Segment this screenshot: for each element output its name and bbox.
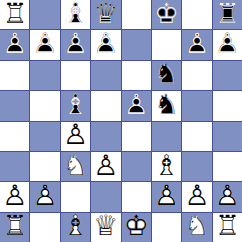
square-e5[interactable]: ♟♙	[122, 91, 151, 120]
white-knight-outline-icon: ♘	[63, 152, 88, 180]
square-c6[interactable]	[61, 61, 90, 90]
white-pawn-outline-icon: ♙	[2, 182, 27, 210]
square-b8[interactable]	[30, 0, 59, 29]
black-rook-outline-icon: ♖	[215, 0, 240, 28]
white-pawn[interactable]: ♟♙	[0, 182, 29, 211]
white-pawn[interactable]: ♟♙	[152, 182, 181, 211]
square-d2[interactable]	[91, 182, 120, 211]
white-pawn[interactable]: ♟♙	[61, 122, 90, 151]
white-bishop[interactable]: ♝♗	[152, 152, 181, 181]
square-f6[interactable]: ♞♘	[152, 61, 181, 90]
square-e2[interactable]	[122, 182, 151, 211]
square-a1[interactable]: ♜♖	[0, 213, 29, 242]
white-rook-outline-icon: ♖	[2, 213, 27, 241]
white-rook[interactable]: ♜♖	[213, 213, 242, 242]
black-pawn-outline-icon: ♙	[2, 30, 27, 58]
square-g2[interactable]: ♟♙	[182, 182, 211, 211]
black-knight-outline-icon: ♘	[154, 91, 179, 119]
square-c7[interactable]: ♟♙	[61, 30, 90, 59]
black-pawn[interactable]: ♟♙	[182, 30, 211, 59]
black-bishop-outline-icon: ♗	[63, 0, 88, 28]
black-bishop[interactable]: ♝♗	[61, 0, 90, 29]
square-h3[interactable]	[213, 152, 242, 181]
square-c2[interactable]	[61, 182, 90, 211]
white-pawn[interactable]: ♟♙	[30, 182, 59, 211]
black-bishop-outline-icon: ♗	[63, 91, 88, 119]
black-pawn[interactable]: ♟♙	[30, 30, 59, 59]
white-rook-outline-icon: ♖	[215, 213, 240, 241]
black-pawn-outline-icon: ♙	[215, 30, 240, 58]
square-g6[interactable]	[182, 61, 211, 90]
black-king[interactable]: ♚♔	[152, 0, 181, 29]
square-h6[interactable]	[213, 61, 242, 90]
square-b3[interactable]	[30, 152, 59, 181]
square-e8[interactable]	[122, 0, 151, 29]
white-queen-outline-icon: ♕	[93, 213, 118, 241]
white-queen[interactable]: ♛♕	[91, 213, 120, 242]
square-e7[interactable]	[122, 30, 151, 59]
square-d5[interactable]	[91, 91, 120, 120]
black-pawn-outline-icon: ♙	[63, 30, 88, 58]
white-pawn-outline-icon: ♙	[93, 152, 118, 180]
square-c1[interactable]: ♝♗	[61, 213, 90, 242]
square-f2[interactable]: ♟♙	[152, 182, 181, 211]
square-g1[interactable]: ♞♘	[182, 213, 211, 242]
white-rook[interactable]: ♜♖	[0, 0, 29, 29]
square-f1[interactable]	[152, 213, 181, 242]
black-knight-outline-icon: ♘	[154, 61, 179, 89]
white-knight[interactable]: ♞♘	[182, 213, 211, 242]
square-g4[interactable]	[182, 122, 211, 151]
square-h7[interactable]: ♟♙	[213, 30, 242, 59]
square-a7[interactable]: ♟♙	[0, 30, 29, 59]
black-pawn[interactable]: ♟♙	[213, 30, 242, 59]
square-a4[interactable]	[0, 122, 29, 151]
square-c8[interactable]: ♝♗	[61, 0, 90, 29]
black-queen-outline-icon: ♕	[93, 0, 118, 28]
black-bishop[interactable]: ♝♗	[61, 91, 90, 120]
black-queen[interactable]: ♛♕	[91, 0, 120, 29]
white-king-outline-icon: ♔	[124, 213, 149, 241]
square-e3[interactable]	[122, 152, 151, 181]
black-pawn[interactable]: ♟♙	[122, 91, 151, 120]
black-knight[interactable]: ♞♘	[152, 91, 181, 120]
square-b2[interactable]: ♟♙	[30, 182, 59, 211]
black-pawn[interactable]: ♟♙	[91, 30, 120, 59]
square-b5[interactable]	[30, 91, 59, 120]
white-knight[interactable]: ♞♘	[61, 152, 90, 181]
square-d6[interactable]	[91, 61, 120, 90]
white-rook-outline-icon: ♖	[2, 0, 27, 28]
white-king[interactable]: ♚♔	[122, 213, 151, 242]
white-pawn[interactable]: ♟♙	[213, 182, 242, 211]
black-pawn[interactable]: ♟♙	[61, 30, 90, 59]
square-g5[interactable]	[182, 91, 211, 120]
square-b7[interactable]: ♟♙	[30, 30, 59, 59]
black-pawn-outline-icon: ♙	[184, 30, 209, 58]
white-bishop-outline-icon: ♗	[63, 213, 88, 241]
white-pawn-outline-icon: ♙	[184, 182, 209, 210]
square-g7[interactable]: ♟♙	[182, 30, 211, 59]
square-h1[interactable]: ♜♖	[213, 213, 242, 242]
white-pawn[interactable]: ♟♙	[91, 152, 120, 181]
white-pawn[interactable]: ♟♙	[182, 182, 211, 211]
white-pawn-outline-icon: ♙	[63, 122, 88, 150]
black-pawn-outline-icon: ♙	[124, 91, 149, 119]
square-f3[interactable]: ♝♗	[152, 152, 181, 181]
white-bishop[interactable]: ♝♗	[61, 213, 90, 242]
square-f7[interactable]	[152, 30, 181, 59]
square-c5[interactable]: ♝♗	[61, 91, 90, 120]
square-c3[interactable]: ♞♘	[61, 152, 90, 181]
white-pawn-outline-icon: ♙	[215, 182, 240, 210]
square-d7[interactable]: ♟♙	[91, 30, 120, 59]
square-b4[interactable]	[30, 122, 59, 151]
square-h8[interactable]: ♜♖	[213, 0, 242, 29]
black-rook[interactable]: ♜♖	[213, 0, 242, 29]
square-e1[interactable]: ♚♔	[122, 213, 151, 242]
square-d1[interactable]: ♛♕	[91, 213, 120, 242]
chess-board: ♜♖♝♗♛♕♚♔♜♖♟♙♟♙♟♙♟♙♟♙♟♙♞♘♝♗♟♙♞♘♟♙♞♘♟♙♝♗♟♙…	[0, 0, 242, 242]
square-d3[interactable]: ♟♙	[91, 152, 120, 181]
black-pawn-outline-icon: ♙	[33, 30, 58, 58]
square-f4[interactable]	[152, 122, 181, 151]
black-king-outline-icon: ♔	[154, 0, 179, 28]
square-g3[interactable]	[182, 152, 211, 181]
square-h5[interactable]	[213, 91, 242, 120]
square-g8[interactable]	[182, 0, 211, 29]
black-pawn[interactable]: ♟♙	[0, 30, 29, 59]
square-b6[interactable]	[30, 61, 59, 90]
square-b1[interactable]	[30, 213, 59, 242]
square-a3[interactable]	[0, 152, 29, 181]
square-a5[interactable]	[0, 91, 29, 120]
black-knight[interactable]: ♞♘	[152, 61, 181, 90]
square-c4[interactable]: ♟♙	[61, 122, 90, 151]
white-knight-outline-icon: ♘	[184, 213, 209, 241]
square-e6[interactable]	[122, 61, 151, 90]
square-a6[interactable]	[0, 61, 29, 90]
square-a8[interactable]: ♜♖	[0, 0, 29, 29]
black-pawn-outline-icon: ♙	[93, 30, 118, 58]
square-e4[interactable]	[122, 122, 151, 151]
white-pawn-outline-icon: ♙	[154, 182, 179, 210]
square-d4[interactable]	[91, 122, 120, 151]
white-rook[interactable]: ♜♖	[0, 213, 29, 242]
square-d8[interactable]: ♛♕	[91, 0, 120, 29]
square-h2[interactable]: ♟♙	[213, 182, 242, 211]
white-pawn-outline-icon: ♙	[33, 182, 58, 210]
white-bishop-outline-icon: ♗	[154, 152, 179, 180]
square-h4[interactable]	[213, 122, 242, 151]
square-f8[interactable]: ♚♔	[152, 0, 181, 29]
square-a2[interactable]: ♟♙	[0, 182, 29, 211]
square-f5[interactable]: ♞♘	[152, 91, 181, 120]
